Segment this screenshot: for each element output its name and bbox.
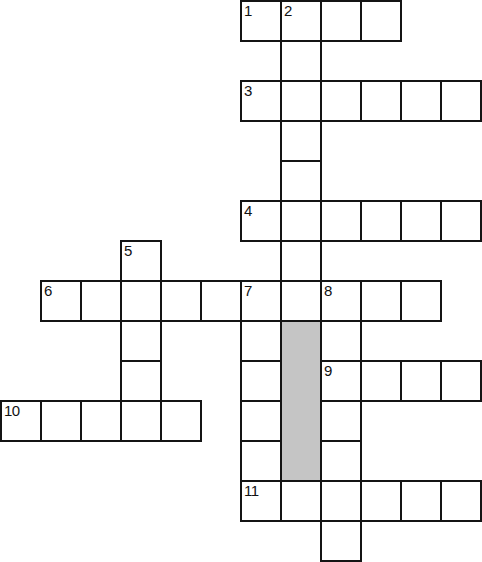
cell-r10c0[interactable] — [0, 400, 42, 442]
cell-r8c6[interactable] — [240, 320, 282, 362]
cell-r9c10[interactable] — [400, 360, 442, 402]
cell-r2c11[interactable] — [440, 80, 482, 122]
cell-r8c8[interactable] — [320, 320, 362, 362]
cell-r4c7[interactable] — [280, 160, 322, 202]
cell-r12c10[interactable] — [400, 480, 442, 522]
cell-r11c8[interactable] — [320, 440, 362, 482]
cell-r6c3[interactable] — [120, 240, 162, 282]
cell-r13c8[interactable] — [320, 520, 362, 562]
cell-r7c1[interactable] — [40, 280, 82, 322]
cell-r12c11[interactable] — [440, 480, 482, 522]
cell-r10c6[interactable] — [240, 400, 282, 442]
cell-r12c9[interactable] — [360, 480, 402, 522]
cell-r7c5[interactable] — [200, 280, 242, 322]
cell-r10c2[interactable] — [80, 400, 122, 442]
cell-r2c6[interactable] — [240, 80, 282, 122]
cell-r6c7[interactable] — [280, 240, 322, 282]
cell-r9c11[interactable] — [440, 360, 482, 402]
cell-r5c6[interactable] — [240, 200, 282, 242]
cell-r7c7[interactable] — [280, 280, 322, 322]
cell-r7c10[interactable] — [400, 280, 442, 322]
cell-r5c7[interactable] — [280, 200, 322, 242]
cell-r10c1[interactable] — [40, 400, 82, 442]
cell-r12c7[interactable] — [280, 480, 322, 522]
cell-r2c10[interactable] — [400, 80, 442, 122]
cell-r7c3[interactable] — [120, 280, 162, 322]
cell-r5c8[interactable] — [320, 200, 362, 242]
cell-r7c8[interactable] — [320, 280, 362, 322]
crossword-board: 1234567891011 — [0, 0, 482, 562]
cell-r0c9[interactable] — [360, 0, 402, 42]
cell-r0c6[interactable] — [240, 0, 282, 42]
cell-r5c11[interactable] — [440, 200, 482, 242]
cell-r12c8[interactable] — [320, 480, 362, 522]
cell-r5c9[interactable] — [360, 200, 402, 242]
cell-r10c8[interactable] — [320, 400, 362, 442]
cell-r7c4[interactable] — [160, 280, 202, 322]
cell-r9c3[interactable] — [120, 360, 162, 402]
cell-r2c7[interactable] — [280, 80, 322, 122]
cell-r0c7[interactable] — [280, 0, 322, 42]
cell-r3c7[interactable] — [280, 120, 322, 162]
cell-r7c9[interactable] — [360, 280, 402, 322]
cell-r2c9[interactable] — [360, 80, 402, 122]
cell-r7c6[interactable] — [240, 280, 282, 322]
cell-r11c6[interactable] — [240, 440, 282, 482]
cell-r10c3[interactable] — [120, 400, 162, 442]
shaded-key-column[interactable] — [280, 320, 322, 482]
cell-r9c9[interactable] — [360, 360, 402, 402]
cell-r9c8[interactable] — [320, 360, 362, 402]
cell-r8c3[interactable] — [120, 320, 162, 362]
cell-r5c10[interactable] — [400, 200, 442, 242]
cell-r12c6[interactable] — [240, 480, 282, 522]
cell-r7c2[interactable] — [80, 280, 122, 322]
cell-r9c6[interactable] — [240, 360, 282, 402]
cell-r0c8[interactable] — [320, 0, 362, 42]
cell-r2c8[interactable] — [320, 80, 362, 122]
cell-r10c4[interactable] — [160, 400, 202, 442]
cell-r1c7[interactable] — [280, 40, 322, 82]
